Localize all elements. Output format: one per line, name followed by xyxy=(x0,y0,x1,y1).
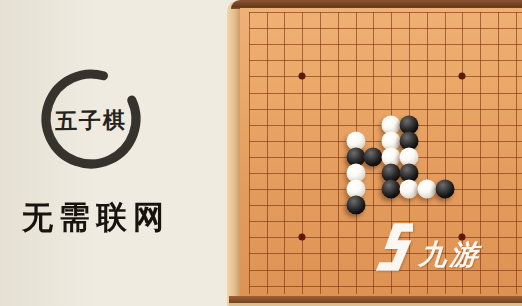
board-intersection[interactable] xyxy=(258,245,276,261)
board-intersection[interactable] xyxy=(329,213,347,229)
black-stone xyxy=(364,147,383,166)
board-intersection[interactable] xyxy=(347,68,365,84)
board-intersection[interactable] xyxy=(258,4,276,20)
board-intersection[interactable] xyxy=(507,278,522,294)
board-intersection[interactable] xyxy=(258,68,276,84)
board-intersection[interactable] xyxy=(276,20,294,36)
board-intersection[interactable] xyxy=(240,229,258,245)
board-intersection[interactable] xyxy=(329,278,347,294)
board-intersection[interactable] xyxy=(418,117,436,133)
board-intersection[interactable] xyxy=(311,36,329,52)
board-intersection[interactable] xyxy=(400,181,418,197)
board-intersection[interactable] xyxy=(382,84,400,100)
board-intersection[interactable] xyxy=(276,68,294,84)
board-intersection[interactable] xyxy=(489,278,507,294)
board-intersection[interactable] xyxy=(418,4,436,20)
board-intersection[interactable] xyxy=(258,36,276,52)
board-intersection[interactable] xyxy=(507,213,522,229)
board-intersection[interactable] xyxy=(240,133,258,149)
board-intersection[interactable] xyxy=(347,213,365,229)
board-intersection[interactable] xyxy=(507,229,522,245)
board-intersection[interactable] xyxy=(454,165,472,181)
white-stone xyxy=(400,180,419,199)
board-intersection[interactable] xyxy=(418,101,436,117)
board-intersection[interactable] xyxy=(507,20,522,36)
board-intersection[interactable] xyxy=(471,20,489,36)
board-intersection[interactable] xyxy=(400,68,418,84)
board-intersection[interactable] xyxy=(258,278,276,294)
board-intersection[interactable] xyxy=(489,165,507,181)
board-intersection[interactable] xyxy=(489,197,507,213)
left-panel: 五子棋 无需联网 xyxy=(0,0,228,306)
board-intersection[interactable] xyxy=(329,20,347,36)
board-intersection[interactable] xyxy=(293,229,311,245)
board-intersection[interactable] xyxy=(489,84,507,100)
board-intersection[interactable] xyxy=(276,133,294,149)
board-intersection[interactable] xyxy=(293,117,311,133)
board-intersection[interactable] xyxy=(293,68,311,84)
board-intersection[interactable] xyxy=(454,101,472,117)
board-intersection[interactable] xyxy=(329,117,347,133)
board-intersection[interactable] xyxy=(471,68,489,84)
board-intersection[interactable] xyxy=(258,181,276,197)
board-intersection[interactable] xyxy=(347,197,365,213)
board-intersection[interactable] xyxy=(276,229,294,245)
board-intersection[interactable] xyxy=(311,278,329,294)
board-intersection[interactable] xyxy=(311,181,329,197)
board-intersection[interactable] xyxy=(436,20,454,36)
board-intersection[interactable] xyxy=(240,197,258,213)
board-intersection[interactable] xyxy=(400,197,418,213)
board-intersection[interactable] xyxy=(365,4,383,20)
board-intersection[interactable] xyxy=(454,4,472,20)
board-intersection[interactable] xyxy=(240,262,258,278)
board-intersection[interactable] xyxy=(258,133,276,149)
board-intersection[interactable] xyxy=(454,278,472,294)
board-intersection[interactable] xyxy=(418,278,436,294)
board-intersection[interactable] xyxy=(507,68,522,84)
board-intersection[interactable] xyxy=(382,278,400,294)
board-intersection[interactable] xyxy=(240,36,258,52)
board-intersection[interactable] xyxy=(347,101,365,117)
board-intersection[interactable] xyxy=(507,149,522,165)
board-intersection[interactable] xyxy=(347,278,365,294)
board-intersection[interactable] xyxy=(436,133,454,149)
board-intersection[interactable] xyxy=(276,149,294,165)
board-intersection[interactable] xyxy=(347,245,365,261)
board-intersection[interactable] xyxy=(311,149,329,165)
board-intersection[interactable] xyxy=(240,181,258,197)
board-intersection[interactable] xyxy=(347,84,365,100)
board-intersection[interactable] xyxy=(276,4,294,20)
board-intersection[interactable] xyxy=(293,197,311,213)
board-intersection[interactable] xyxy=(329,181,347,197)
board-intersection[interactable] xyxy=(347,4,365,20)
board-intersection[interactable] xyxy=(311,68,329,84)
board-intersection[interactable] xyxy=(365,165,383,181)
board-intersection[interactable] xyxy=(311,117,329,133)
star-point xyxy=(299,73,306,80)
board-intersection[interactable] xyxy=(471,101,489,117)
board-intersection[interactable] xyxy=(347,229,365,245)
board-intersection[interactable] xyxy=(276,101,294,117)
board-intersection[interactable] xyxy=(418,197,436,213)
board-intersection[interactable] xyxy=(329,165,347,181)
board-intersection[interactable] xyxy=(507,4,522,20)
board-intersection[interactable] xyxy=(329,52,347,68)
board-intersection[interactable] xyxy=(258,20,276,36)
board-intersection[interactable] xyxy=(293,213,311,229)
board-intersection[interactable] xyxy=(436,36,454,52)
board-intersection[interactable] xyxy=(329,84,347,100)
board-intersection[interactable] xyxy=(489,36,507,52)
board-intersection[interactable] xyxy=(311,52,329,68)
board-intersection[interactable] xyxy=(329,101,347,117)
board-intersection[interactable] xyxy=(507,181,522,197)
board-intersection[interactable] xyxy=(436,52,454,68)
board-intersection[interactable] xyxy=(311,101,329,117)
board-intersection[interactable] xyxy=(400,36,418,52)
board-intersection[interactable] xyxy=(382,4,400,20)
board-intersection[interactable] xyxy=(329,149,347,165)
board-intersection[interactable] xyxy=(329,229,347,245)
board-intersection[interactable] xyxy=(489,101,507,117)
board-intersection[interactable] xyxy=(276,36,294,52)
board-intersection[interactable] xyxy=(365,101,383,117)
board-intersection[interactable] xyxy=(365,68,383,84)
board-intersection[interactable] xyxy=(489,20,507,36)
board-intersection[interactable] xyxy=(258,101,276,117)
board-intersection[interactable] xyxy=(365,84,383,100)
board-intersection[interactable] xyxy=(293,262,311,278)
board-intersection[interactable] xyxy=(454,181,472,197)
board-intersection[interactable] xyxy=(400,84,418,100)
board-intersection[interactable] xyxy=(507,36,522,52)
board-intersection[interactable] xyxy=(365,278,383,294)
board-intersection[interactable] xyxy=(507,165,522,181)
board-intersection[interactable] xyxy=(489,117,507,133)
board-intersection[interactable] xyxy=(489,133,507,149)
board-intersection[interactable] xyxy=(454,20,472,36)
board-intersection[interactable] xyxy=(311,197,329,213)
board-intersection[interactable] xyxy=(471,4,489,20)
board-intersection[interactable] xyxy=(400,278,418,294)
board-intersection[interactable] xyxy=(276,117,294,133)
board-intersection[interactable] xyxy=(436,149,454,165)
board-intersection[interactable] xyxy=(293,101,311,117)
board-intersection[interactable] xyxy=(240,68,258,84)
board-intersection[interactable] xyxy=(471,133,489,149)
board-intersection[interactable] xyxy=(329,4,347,20)
board-intersection[interactable] xyxy=(311,165,329,181)
board-intersection[interactable] xyxy=(489,262,507,278)
board-intersection[interactable] xyxy=(258,229,276,245)
board-intersection[interactable] xyxy=(418,36,436,52)
board-intersection[interactable] xyxy=(293,4,311,20)
board-intersection[interactable] xyxy=(454,36,472,52)
board-intersection[interactable] xyxy=(507,52,522,68)
board-intersection[interactable] xyxy=(365,36,383,52)
board-intersection[interactable] xyxy=(240,117,258,133)
board-intersection[interactable] xyxy=(311,229,329,245)
board-intersection[interactable] xyxy=(240,20,258,36)
board-intersection[interactable] xyxy=(329,133,347,149)
board-intersection[interactable] xyxy=(489,245,507,261)
board-left-side-face xyxy=(227,1,241,306)
board-intersection[interactable] xyxy=(436,84,454,100)
board-intersection[interactable] xyxy=(240,149,258,165)
board-intersection[interactable] xyxy=(240,101,258,117)
board-intersection[interactable] xyxy=(400,52,418,68)
board-intersection[interactable] xyxy=(365,197,383,213)
board-intersection[interactable] xyxy=(489,68,507,84)
board-intersection[interactable] xyxy=(436,68,454,84)
board-intersection[interactable] xyxy=(276,262,294,278)
board-intersection[interactable] xyxy=(329,36,347,52)
board-intersection[interactable] xyxy=(258,149,276,165)
board-intersection[interactable] xyxy=(240,278,258,294)
board-intersection[interactable] xyxy=(454,68,472,84)
board-intersection[interactable] xyxy=(258,84,276,100)
board-intersection[interactable] xyxy=(347,262,365,278)
board-intersection[interactable] xyxy=(276,278,294,294)
board-intersection[interactable] xyxy=(258,262,276,278)
board-intersection[interactable] xyxy=(311,84,329,100)
board-intersection[interactable] xyxy=(276,165,294,181)
board-intersection[interactable] xyxy=(311,213,329,229)
board-intersection[interactable] xyxy=(276,181,294,197)
board-intersection[interactable] xyxy=(240,4,258,20)
board-intersection[interactable] xyxy=(471,117,489,133)
board-intersection[interactable] xyxy=(454,52,472,68)
board-intersection[interactable] xyxy=(329,197,347,213)
board-intersection[interactable] xyxy=(293,181,311,197)
board-intersection[interactable] xyxy=(382,52,400,68)
board-intersection[interactable] xyxy=(311,20,329,36)
star-point xyxy=(459,73,466,80)
board-intersection[interactable] xyxy=(258,165,276,181)
board-intersection[interactable] xyxy=(258,213,276,229)
board-intersection[interactable] xyxy=(418,52,436,68)
board-intersection[interactable] xyxy=(436,197,454,213)
board-intersection[interactable] xyxy=(276,197,294,213)
black-stone xyxy=(382,180,401,199)
board-intersection[interactable] xyxy=(507,262,522,278)
board-intersection[interactable] xyxy=(240,52,258,68)
board-intersection[interactable] xyxy=(489,52,507,68)
board-intersection[interactable] xyxy=(454,84,472,100)
board-intersection[interactable] xyxy=(329,68,347,84)
promo-screenshot: 五子棋 无需联网 九游 xyxy=(0,0,522,306)
board-intersection[interactable] xyxy=(258,117,276,133)
board-intersection[interactable] xyxy=(400,20,418,36)
watermark: 九游 xyxy=(375,222,481,274)
board-intersection[interactable] xyxy=(293,133,311,149)
board-intersection[interactable] xyxy=(489,4,507,20)
board-intersection[interactable] xyxy=(436,4,454,20)
board-intersection[interactable] xyxy=(347,52,365,68)
board-intersection[interactable] xyxy=(293,165,311,181)
board-intersection[interactable] xyxy=(276,213,294,229)
board-intersection[interactable] xyxy=(471,36,489,52)
board-intersection[interactable] xyxy=(311,245,329,261)
board-intersection[interactable] xyxy=(293,278,311,294)
board-intersection[interactable] xyxy=(293,20,311,36)
board-intersection[interactable] xyxy=(489,149,507,165)
board-intersection[interactable] xyxy=(329,262,347,278)
board-intersection[interactable] xyxy=(382,181,400,197)
board-intersection[interactable] xyxy=(400,4,418,20)
board-intersection[interactable] xyxy=(471,278,489,294)
board-intersection[interactable] xyxy=(454,133,472,149)
board-intersection[interactable] xyxy=(276,52,294,68)
board-intersection[interactable] xyxy=(240,245,258,261)
board-intersection[interactable] xyxy=(418,84,436,100)
board-intersection[interactable] xyxy=(471,165,489,181)
board-intersection[interactable] xyxy=(329,245,347,261)
board-intersection[interactable] xyxy=(293,52,311,68)
board-intersection[interactable] xyxy=(471,197,489,213)
board-intersection[interactable] xyxy=(293,149,311,165)
board-intersection[interactable] xyxy=(382,20,400,36)
board-intersection[interactable] xyxy=(436,117,454,133)
board-intersection[interactable] xyxy=(436,181,454,197)
board-intersection[interactable] xyxy=(507,117,522,133)
board-intersection[interactable] xyxy=(240,213,258,229)
board-intersection[interactable] xyxy=(507,245,522,261)
board-intersection[interactable] xyxy=(418,181,436,197)
board-intersection[interactable] xyxy=(293,36,311,52)
board-intersection[interactable] xyxy=(382,197,400,213)
board-intersection[interactable] xyxy=(507,101,522,117)
board-intersection[interactable] xyxy=(436,278,454,294)
board-intersection[interactable] xyxy=(418,149,436,165)
board-intersection[interactable] xyxy=(436,101,454,117)
board-intersection[interactable] xyxy=(489,229,507,245)
board-intersection[interactable] xyxy=(489,213,507,229)
board-intersection[interactable] xyxy=(311,262,329,278)
board-intersection[interactable] xyxy=(276,245,294,261)
board-intersection[interactable] xyxy=(471,84,489,100)
offline-slogan: 无需联网 xyxy=(22,197,212,240)
game-logo-title: 五子棋 xyxy=(48,105,135,136)
board-intersection[interactable] xyxy=(507,133,522,149)
board-intersection[interactable] xyxy=(418,133,436,149)
board-intersection[interactable] xyxy=(471,149,489,165)
board-intersection[interactable] xyxy=(382,36,400,52)
board-intersection[interactable] xyxy=(258,197,276,213)
board-intersection[interactable] xyxy=(276,84,294,100)
board-intersection[interactable] xyxy=(240,165,258,181)
9game-g-icon xyxy=(375,222,413,272)
board-intersection[interactable] xyxy=(471,181,489,197)
board-intersection[interactable] xyxy=(240,84,258,100)
star-point xyxy=(299,234,306,241)
board-intersection[interactable] xyxy=(471,52,489,68)
board-intersection[interactable] xyxy=(365,149,383,165)
board-intersection[interactable] xyxy=(382,68,400,84)
board-intersection[interactable] xyxy=(454,197,472,213)
white-stone xyxy=(417,180,436,199)
board-intersection[interactable] xyxy=(418,20,436,36)
board-intersection[interactable] xyxy=(293,245,311,261)
watermark-brand-text: 九游 xyxy=(418,236,483,274)
board-intersection[interactable] xyxy=(365,52,383,68)
board-intersection[interactable] xyxy=(293,84,311,100)
board-intersection[interactable] xyxy=(311,133,329,149)
board-intersection[interactable] xyxy=(418,68,436,84)
board-intersection[interactable] xyxy=(507,197,522,213)
board-intersection[interactable] xyxy=(365,181,383,197)
board-intersection[interactable] xyxy=(454,149,472,165)
board-intersection[interactable] xyxy=(454,117,472,133)
board-intersection[interactable] xyxy=(311,4,329,20)
board-intersection[interactable] xyxy=(258,52,276,68)
board-intersection[interactable] xyxy=(347,20,365,36)
board-intersection[interactable] xyxy=(365,20,383,36)
board-intersection[interactable] xyxy=(507,84,522,100)
black-stone xyxy=(346,196,365,215)
board-intersection[interactable] xyxy=(347,36,365,52)
board-intersection[interactable] xyxy=(365,117,383,133)
black-stone xyxy=(435,180,454,199)
board-intersection[interactable] xyxy=(489,181,507,197)
